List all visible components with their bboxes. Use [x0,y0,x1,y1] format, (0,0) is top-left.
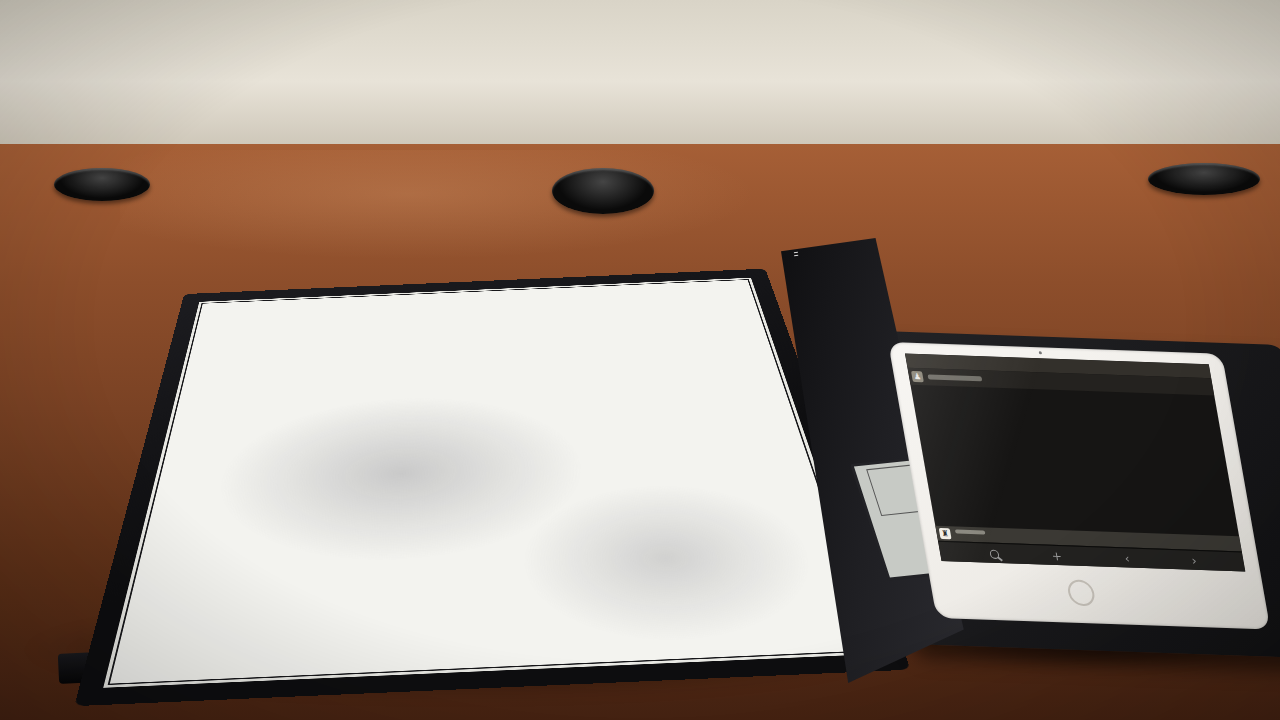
soft-shadow-overlay [516,479,835,648]
model-text [794,252,798,256]
tablet-screen: ♟ ♜ + ‹ › [905,354,1245,572]
front-camera [1039,351,1043,354]
chessboard [124,90,840,720]
board-frame [74,269,910,706]
home-button[interactable] [1066,579,1097,606]
white-name-blurred [955,529,986,534]
dgt-logo [794,251,798,256]
tablet: ♟ ♜ + ‹ › [888,342,1270,630]
search-icon[interactable] [989,550,1000,559]
soft-shadow-overlay [201,390,596,570]
next-move-icon[interactable]: › [1190,551,1198,571]
opponent-name-blurred [927,374,982,381]
prev-move-icon[interactable]: ‹ [1123,548,1131,568]
plus-icon[interactable]: + [1050,546,1064,566]
scene: ♟ ♜ + ‹ › [0,0,1280,720]
app-chessboard [910,385,1239,537]
cable-grommet-right [1148,163,1260,195]
white-avatar: ♜ [939,528,952,539]
board-squares [122,284,861,676]
opponent-avatar: ♟ [911,371,924,382]
